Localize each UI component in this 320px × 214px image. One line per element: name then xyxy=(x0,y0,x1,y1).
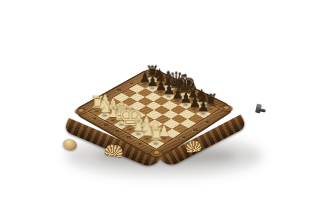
board-plate: ✦ ❖ ✦ ❖ ✦ ✦ ❖ ✦ ❖ ✦ ✦ ❖ ✦ ✦ ❖ ✦ ♜♞♝♛♚♝♞♜… xyxy=(70,67,237,161)
piece-black-knight: ♞ xyxy=(192,75,212,105)
square-h1: ♜ xyxy=(148,139,165,149)
product-photo: ✦ ❖ ✦ ❖ ✦ ✦ ❖ ✦ ❖ ✦ ✦ ❖ ✦ ✦ ❖ ✦ ♜♞♝♛♚♝♞♜… xyxy=(0,0,320,214)
rosette-carving xyxy=(73,107,89,116)
piece-shadow xyxy=(92,108,102,114)
board-perspective: ✦ ❖ ✦ ❖ ✦ ✦ ❖ ✦ ❖ ✦ ✦ ❖ ✦ ✦ ❖ ✦ ♜♞♝♛♚♝♞♜… xyxy=(0,0,320,214)
chess-board: ♜♞♝♛♚♝♞♜♟♟♟♟♟♟♟♟♟♟♟♟♟♟♟♟♜♞♝♛♚♝♞♜ xyxy=(89,76,219,149)
piece-shadow xyxy=(189,106,199,112)
piece-black-king: ♚ xyxy=(175,67,195,96)
piece-shadow xyxy=(171,89,181,94)
rosette-carving xyxy=(219,104,234,113)
piece-shadow xyxy=(150,140,161,146)
piece-shadow xyxy=(197,102,207,108)
rosette-carving xyxy=(148,149,165,159)
piece-black-rook: ♜ xyxy=(143,51,162,80)
piece-shadow xyxy=(181,102,191,108)
rosette-carving xyxy=(144,68,159,76)
square-h7: ♟ xyxy=(195,109,211,118)
piece-shadow xyxy=(205,106,215,112)
piece-shadow xyxy=(100,104,110,110)
piece-black-bishop: ♝ xyxy=(184,71,204,101)
